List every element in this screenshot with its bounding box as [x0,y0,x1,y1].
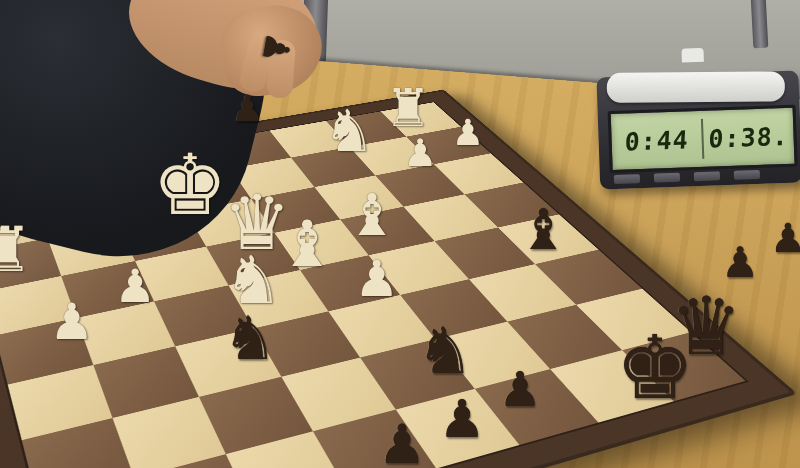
piece-white-pawn-b3[interactable]: ♟ [50,297,95,347]
piece-black-knight-d6[interactable]: ♞ [416,319,473,383]
piece-black-pawn-captured-in-hand[interactable]: ♟ [258,30,297,66]
clock-rocker-button[interactable] [607,71,785,103]
piece-white-rook-b1[interactable]: ♜ [0,219,33,281]
clock-button[interactable] [694,171,720,181]
piece-black-pawn-g6[interactable]: ♟ [721,242,759,284]
piece-white-pawn-h2[interactable]: ♟ [452,115,484,151]
piece-white-pawn-g2[interactable]: ♟ [403,134,437,172]
piece-white-bishop-f3[interactable]: ♝ [346,186,398,244]
clock-time-right: 0:38. [703,121,794,153]
piece-black-bishop-g4[interactable]: ♝ [518,202,568,258]
chess-clock: 0:44 0:38. [596,53,800,190]
broadcast-photo: ♚♛♜♜♞♞♝♝♟♟♟♟♟♚♛♝♞♞♟♟♟♟♟♟♟ 0:44 0:38. [0,0,800,468]
clock-lcd: 0:44 0:38. [608,105,798,174]
piece-black-pawn-d7[interactable]: ♟ [498,365,541,413]
piece-black-pawn-h6[interactable]: ♟ [770,218,800,258]
piece-white-bishop-e3[interactable]: ♝ [278,212,335,276]
piece-white-king-e1[interactable]: ♚ [152,143,227,227]
piece-white-rook-h1[interactable]: ♜ [385,82,432,134]
chair-leg [751,0,769,48]
piece-white-pawn-c2[interactable]: ♟ [114,263,155,309]
clock-body: 0:44 0:38. [596,71,800,190]
piece-black-knight-c4[interactable]: ♞ [223,308,277,368]
piece-black-pawn-c7[interactable]: ♟ [439,393,486,445]
piece-white-pawn-e4[interactable]: ♟ [355,254,400,304]
clock-time-left: 0:44 [611,124,702,156]
clock-rocker-pivot [681,48,703,63]
piece-black-king-e8[interactable]: ♚ [616,324,695,412]
piece-black-pawn-captured-on-frame-edge[interactable]: ♟ [232,91,264,127]
piece-black-pawn-c6[interactable]: ♟ [378,418,426,468]
clock-button[interactable] [654,173,680,183]
clock-button[interactable] [734,170,760,180]
piece-white-knight-g1[interactable]: ♞ [323,102,375,160]
clock-button[interactable] [614,174,640,184]
